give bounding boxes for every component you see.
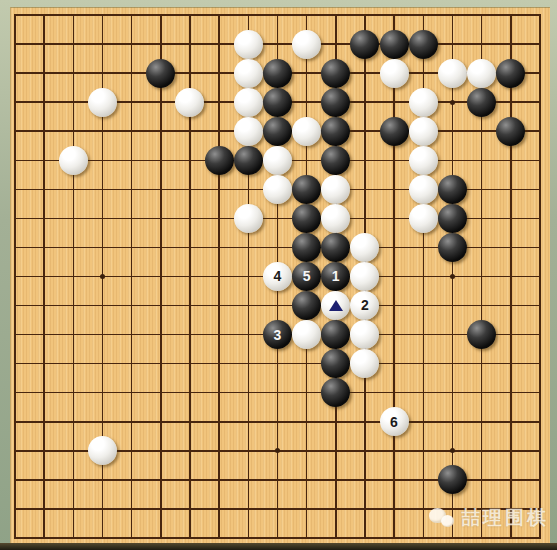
stone-white-move-4: 4 (263, 262, 292, 291)
stone-black (438, 233, 467, 262)
stone-black (321, 59, 350, 88)
stone-black (467, 88, 496, 117)
stone-white (380, 59, 409, 88)
stone-black (438, 204, 467, 233)
stone-black-move-3: 3 (263, 320, 292, 349)
stone-white (350, 320, 379, 349)
stone-white (175, 88, 204, 117)
move-number-label: 1 (332, 269, 340, 283)
stone-white (292, 320, 321, 349)
stone-white (234, 30, 263, 59)
stone-black (292, 233, 321, 262)
stone-white (292, 30, 321, 59)
stone-white (234, 88, 263, 117)
stone-black (263, 59, 292, 88)
move-number-label: 5 (303, 269, 311, 283)
stone-white (321, 175, 350, 204)
stone-black (146, 59, 175, 88)
stone-black (292, 175, 321, 204)
stone-black (292, 291, 321, 320)
stone-black (263, 117, 292, 146)
stone-white (263, 175, 292, 204)
stone-black (380, 30, 409, 59)
bottom-border (0, 543, 557, 550)
stone-black (321, 320, 350, 349)
move-number-label: 6 (390, 415, 398, 429)
stone-white (263, 146, 292, 175)
stone-white (88, 88, 117, 117)
stone-white (234, 204, 263, 233)
stone-black-move-5: 5 (292, 262, 321, 291)
stone-white (350, 349, 379, 378)
stone-white (467, 59, 496, 88)
stone-white (88, 436, 117, 465)
stone-black (350, 30, 379, 59)
stone-white (438, 59, 467, 88)
stone-black (321, 233, 350, 262)
stone-black (205, 146, 234, 175)
stone-white (321, 291, 350, 320)
stone-black (321, 378, 350, 407)
stone-white-move-6: 6 (380, 407, 409, 436)
move-number-label: 4 (273, 269, 281, 283)
move-number-label: 3 (273, 328, 281, 342)
stone-white (59, 146, 88, 175)
stone-white (409, 204, 438, 233)
stone-white (409, 117, 438, 146)
move-number-label: 2 (361, 298, 369, 312)
stone-black (496, 117, 525, 146)
stone-black (321, 88, 350, 117)
stone-black (263, 88, 292, 117)
stone-black (380, 117, 409, 146)
stone-black (438, 465, 467, 494)
stone-black (438, 175, 467, 204)
stone-white (409, 88, 438, 117)
triangle-marker (329, 300, 343, 311)
stone-white (409, 175, 438, 204)
stone-white (350, 233, 379, 262)
stone-black-move-1: 1 (321, 262, 350, 291)
stone-white (321, 204, 350, 233)
stone-black (321, 117, 350, 146)
stone-black (409, 30, 438, 59)
stone-white (292, 117, 321, 146)
stone-black (321, 146, 350, 175)
stone-black (467, 320, 496, 349)
stone-black (496, 59, 525, 88)
stone-black (292, 204, 321, 233)
stone-white (234, 117, 263, 146)
stone-white (234, 59, 263, 88)
go-diagram: 451236 喆理围棋 (0, 0, 557, 550)
stone-grid: 451236 (0, 0, 554, 550)
stone-white-move-2: 2 (350, 291, 379, 320)
stone-white (409, 146, 438, 175)
stone-black (321, 349, 350, 378)
stone-white (350, 262, 379, 291)
stone-black (234, 146, 263, 175)
